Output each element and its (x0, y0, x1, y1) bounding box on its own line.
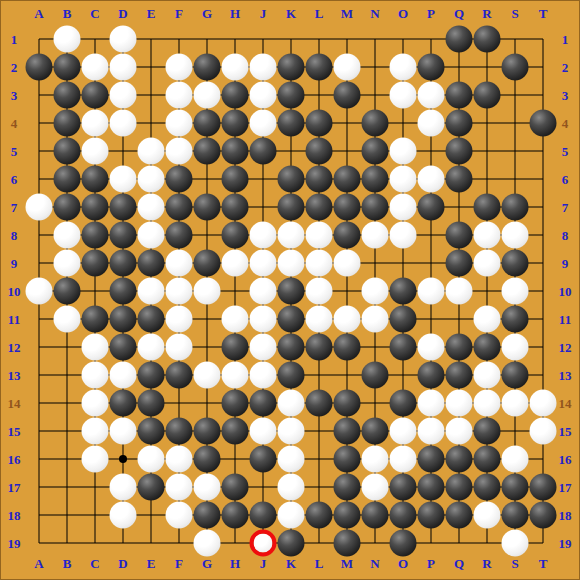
row-label-2: 2 (11, 61, 18, 74)
stone-white-p15 (418, 418, 445, 445)
stone-white-o6 (390, 166, 417, 193)
stone-white-c12 (82, 334, 109, 361)
column-label-H: H (230, 7, 240, 20)
stone-white-p14 (418, 390, 445, 417)
stone-white-e16 (138, 446, 165, 473)
stone-black-m7 (334, 194, 361, 221)
stone-black-q18 (446, 502, 473, 529)
stone-white-g13 (194, 362, 221, 389)
stone-black-s13 (502, 362, 529, 389)
stone-white-d1 (110, 26, 137, 53)
column-label-C: C (90, 7, 99, 20)
stone-white-f17 (166, 474, 193, 501)
stone-black-e11 (138, 306, 165, 333)
row-label-7: 7 (11, 201, 18, 214)
stone-white-k9 (278, 250, 305, 277)
column-label-A: A (34, 7, 43, 20)
stone-white-f11 (166, 306, 193, 333)
stone-white-f5 (166, 138, 193, 165)
column-label-F: F (175, 7, 183, 20)
stone-white-r18 (474, 502, 501, 529)
stone-white-j4 (250, 110, 277, 137)
stone-black-h18 (222, 502, 249, 529)
stone-white-h11 (222, 306, 249, 333)
stone-black-p16 (418, 446, 445, 473)
stone-white-p10 (418, 278, 445, 305)
stone-black-o18 (390, 502, 417, 529)
stone-black-h17 (222, 474, 249, 501)
stone-black-k7 (278, 194, 305, 221)
column-label-G: G (202, 557, 212, 570)
stone-black-n13 (362, 362, 389, 389)
stone-white-p3 (418, 82, 445, 109)
stone-black-f7 (166, 194, 193, 221)
stone-white-m2 (334, 54, 361, 81)
row-label-18: 18 (8, 509, 21, 522)
stone-black-p18 (418, 502, 445, 529)
stone-black-b6 (54, 166, 81, 193)
stone-white-j3 (250, 82, 277, 109)
stone-white-j9 (250, 250, 277, 277)
stone-black-g9 (194, 250, 221, 277)
column-label-L: L (315, 7, 324, 20)
column-label-A: A (34, 557, 43, 570)
stone-black-d14 (110, 390, 137, 417)
stone-white-d18 (110, 502, 137, 529)
column-label-M: M (341, 557, 353, 570)
stone-white-f3 (166, 82, 193, 109)
stone-white-r9 (474, 250, 501, 277)
stone-white-t14 (530, 390, 557, 417)
stone-white-r8 (474, 222, 501, 249)
row-label-3: 3 (11, 89, 18, 102)
stone-black-g18 (194, 502, 221, 529)
stone-black-j16 (250, 446, 277, 473)
row-label-8: 8 (562, 229, 569, 242)
stone-white-d13 (110, 362, 137, 389)
stone-black-g2 (194, 54, 221, 81)
stone-black-e14 (138, 390, 165, 417)
stone-black-q1 (446, 26, 473, 53)
stone-black-r1 (474, 26, 501, 53)
row-label-6: 6 (562, 173, 569, 186)
row-label-5: 5 (562, 145, 569, 158)
row-label-7: 7 (562, 201, 569, 214)
stone-black-o14 (390, 390, 417, 417)
column-label-H: H (230, 557, 240, 570)
stone-black-n4 (362, 110, 389, 137)
stone-white-e6 (138, 166, 165, 193)
stone-black-q9 (446, 250, 473, 277)
row-label-5: 5 (11, 145, 18, 158)
stone-black-q4 (446, 110, 473, 137)
row-label-13: 13 (8, 369, 21, 382)
row-label-15: 15 (559, 425, 572, 438)
stone-black-l6 (306, 166, 333, 193)
stone-black-f6 (166, 166, 193, 193)
stone-black-b7 (54, 194, 81, 221)
row-label-16: 16 (559, 453, 572, 466)
stone-white-e7 (138, 194, 165, 221)
stone-black-t17 (530, 474, 557, 501)
stone-black-h7 (222, 194, 249, 221)
stone-white-s16 (502, 446, 529, 473)
row-label-18: 18 (559, 509, 572, 522)
stone-white-d4 (110, 110, 137, 137)
row-label-14: 14 (559, 397, 572, 410)
stone-white-m9 (334, 250, 361, 277)
column-label-K: K (286, 7, 296, 20)
stone-white-f4 (166, 110, 193, 137)
stone-black-k19 (278, 530, 305, 557)
stone-white-b9 (54, 250, 81, 277)
stone-black-j18 (250, 502, 277, 529)
stone-black-e15 (138, 418, 165, 445)
stone-white-c5 (82, 138, 109, 165)
stone-white-j12 (250, 334, 277, 361)
stone-black-k2 (278, 54, 305, 81)
stone-black-h5 (222, 138, 249, 165)
stone-black-p17 (418, 474, 445, 501)
stone-white-s8 (502, 222, 529, 249)
stone-white-g17 (194, 474, 221, 501)
stone-black-f8 (166, 222, 193, 249)
stone-white-n10 (362, 278, 389, 305)
stone-black-n6 (362, 166, 389, 193)
column-label-R: R (482, 7, 491, 20)
stone-black-k3 (278, 82, 305, 109)
stone-white-b1 (54, 26, 81, 53)
stone-black-m3 (334, 82, 361, 109)
stone-white-d2 (110, 54, 137, 81)
column-label-E: E (147, 7, 156, 20)
stone-white-e10 (138, 278, 165, 305)
stone-black-b5 (54, 138, 81, 165)
stone-white-j15 (250, 418, 277, 445)
column-label-E: E (147, 557, 156, 570)
row-label-12: 12 (559, 341, 572, 354)
row-label-17: 17 (559, 481, 572, 494)
stone-black-f15 (166, 418, 193, 445)
stone-black-o10 (390, 278, 417, 305)
stone-black-m6 (334, 166, 361, 193)
stone-black-g5 (194, 138, 221, 165)
stone-black-s11 (502, 306, 529, 333)
stone-white-f10 (166, 278, 193, 305)
stone-black-s7 (502, 194, 529, 221)
stone-white-t15 (530, 418, 557, 445)
stone-black-q6 (446, 166, 473, 193)
row-label-16: 16 (8, 453, 21, 466)
column-label-O: O (398, 7, 408, 20)
stone-black-c11 (82, 306, 109, 333)
stone-black-k11 (278, 306, 305, 333)
stone-black-p13 (418, 362, 445, 389)
stone-black-n5 (362, 138, 389, 165)
stone-black-g4 (194, 110, 221, 137)
stone-black-b4 (54, 110, 81, 137)
stone-white-n8 (362, 222, 389, 249)
stone-white-g10 (194, 278, 221, 305)
last-move-marker-stone-j19 (250, 530, 277, 557)
column-label-S: S (511, 7, 518, 20)
stone-white-r13 (474, 362, 501, 389)
stone-black-q16 (446, 446, 473, 473)
stone-black-f13 (166, 362, 193, 389)
stone-white-d15 (110, 418, 137, 445)
stone-black-l12 (306, 334, 333, 361)
column-label-Q: Q (454, 7, 464, 20)
stone-black-n15 (362, 418, 389, 445)
column-label-D: D (118, 7, 127, 20)
stone-white-q15 (446, 418, 473, 445)
row-label-15: 15 (8, 425, 21, 438)
stone-white-p12 (418, 334, 445, 361)
stone-black-r7 (474, 194, 501, 221)
row-label-6: 6 (11, 173, 18, 186)
stone-white-j10 (250, 278, 277, 305)
row-label-10: 10 (8, 285, 21, 298)
row-label-2: 2 (562, 61, 569, 74)
stone-white-o7 (390, 194, 417, 221)
stone-black-r16 (474, 446, 501, 473)
column-label-N: N (370, 557, 379, 570)
stone-black-c7 (82, 194, 109, 221)
stone-black-p7 (418, 194, 445, 221)
stone-white-d6 (110, 166, 137, 193)
stone-white-j11 (250, 306, 277, 333)
stone-black-l14 (306, 390, 333, 417)
stone-white-c13 (82, 362, 109, 389)
stone-black-h15 (222, 418, 249, 445)
stone-black-l2 (306, 54, 333, 81)
stone-white-n17 (362, 474, 389, 501)
stone-white-c15 (82, 418, 109, 445)
stone-white-b8 (54, 222, 81, 249)
stone-black-p2 (418, 54, 445, 81)
stone-white-j13 (250, 362, 277, 389)
stone-white-s14 (502, 390, 529, 417)
stone-white-o16 (390, 446, 417, 473)
stone-white-n11 (362, 306, 389, 333)
stone-black-r3 (474, 82, 501, 109)
column-label-R: R (482, 557, 491, 570)
column-label-B: B (63, 7, 72, 20)
column-label-F: F (175, 557, 183, 570)
column-label-M: M (341, 7, 353, 20)
stone-white-r14 (474, 390, 501, 417)
stone-white-q14 (446, 390, 473, 417)
stone-white-k14 (278, 390, 305, 417)
stone-black-l5 (306, 138, 333, 165)
column-label-C: C (90, 557, 99, 570)
star-point-d16 (119, 455, 127, 463)
column-label-N: N (370, 7, 379, 20)
stone-black-q8 (446, 222, 473, 249)
stone-black-q3 (446, 82, 473, 109)
stone-white-m11 (334, 306, 361, 333)
stone-black-b2 (54, 54, 81, 81)
stone-white-b11 (54, 306, 81, 333)
row-label-3: 3 (562, 89, 569, 102)
stone-black-h4 (222, 110, 249, 137)
stone-white-f2 (166, 54, 193, 81)
stone-black-n7 (362, 194, 389, 221)
row-label-19: 19 (8, 537, 21, 550)
stone-black-h14 (222, 390, 249, 417)
stone-black-e17 (138, 474, 165, 501)
stone-black-l4 (306, 110, 333, 137)
stone-white-r11 (474, 306, 501, 333)
stone-black-l7 (306, 194, 333, 221)
row-label-19: 19 (559, 537, 572, 550)
stone-black-d10 (110, 278, 137, 305)
stone-white-e8 (138, 222, 165, 249)
stone-black-k10 (278, 278, 305, 305)
stone-white-k16 (278, 446, 305, 473)
stone-white-j8 (250, 222, 277, 249)
stone-black-l18 (306, 502, 333, 529)
stone-black-k13 (278, 362, 305, 389)
stone-white-h9 (222, 250, 249, 277)
stone-black-j5 (250, 138, 277, 165)
stone-black-o17 (390, 474, 417, 501)
stone-white-f16 (166, 446, 193, 473)
stone-black-m12 (334, 334, 361, 361)
row-label-1: 1 (11, 33, 18, 46)
row-label-8: 8 (11, 229, 18, 242)
stone-white-a10 (26, 278, 53, 305)
stone-white-h2 (222, 54, 249, 81)
stone-black-r15 (474, 418, 501, 445)
stone-white-e5 (138, 138, 165, 165)
stone-black-t18 (530, 502, 557, 529)
stone-black-a2 (26, 54, 53, 81)
stone-white-s10 (502, 278, 529, 305)
stone-white-l10 (306, 278, 333, 305)
stone-black-m8 (334, 222, 361, 249)
stone-white-c16 (82, 446, 109, 473)
stone-black-s2 (502, 54, 529, 81)
row-label-1: 1 (562, 33, 569, 46)
stone-black-e13 (138, 362, 165, 389)
stone-white-p6 (418, 166, 445, 193)
stone-black-d7 (110, 194, 137, 221)
stone-white-h13 (222, 362, 249, 389)
stone-white-f18 (166, 502, 193, 529)
stone-black-k4 (278, 110, 305, 137)
stone-white-l8 (306, 222, 333, 249)
column-label-S: S (511, 557, 518, 570)
row-label-9: 9 (562, 257, 569, 270)
stone-black-s18 (502, 502, 529, 529)
stone-white-k17 (278, 474, 305, 501)
stone-black-h3 (222, 82, 249, 109)
stone-black-m14 (334, 390, 361, 417)
stone-black-d9 (110, 250, 137, 277)
stone-white-o5 (390, 138, 417, 165)
stone-black-m16 (334, 446, 361, 473)
stone-white-e12 (138, 334, 165, 361)
stone-black-j14 (250, 390, 277, 417)
stone-black-m17 (334, 474, 361, 501)
stone-black-o11 (390, 306, 417, 333)
column-label-Q: Q (454, 557, 464, 570)
column-label-T: T (539, 7, 548, 20)
stone-white-c2 (82, 54, 109, 81)
stone-black-c8 (82, 222, 109, 249)
stone-black-r12 (474, 334, 501, 361)
row-label-17: 17 (8, 481, 21, 494)
stone-black-b3 (54, 82, 81, 109)
stone-black-o19 (390, 530, 417, 557)
stone-black-b10 (54, 278, 81, 305)
stone-white-p4 (418, 110, 445, 137)
stone-black-q5 (446, 138, 473, 165)
stone-black-c6 (82, 166, 109, 193)
stone-white-s19 (502, 530, 529, 557)
stone-white-d17 (110, 474, 137, 501)
stone-white-j2 (250, 54, 277, 81)
column-label-B: B (63, 557, 72, 570)
stone-black-g7 (194, 194, 221, 221)
stone-white-o3 (390, 82, 417, 109)
stone-white-g19 (194, 530, 221, 557)
stone-black-q17 (446, 474, 473, 501)
column-label-L: L (315, 557, 324, 570)
stone-white-o8 (390, 222, 417, 249)
stone-white-k15 (278, 418, 305, 445)
stone-white-q10 (446, 278, 473, 305)
stone-black-d12 (110, 334, 137, 361)
stone-black-t4 (530, 110, 557, 137)
goban-board[interactable]: ABCDEFGHJKLMNOPQRST ABCDEFGHJKLMNOPQRST … (0, 0, 580, 580)
stone-white-c14 (82, 390, 109, 417)
stone-black-m18 (334, 502, 361, 529)
stone-black-e9 (138, 250, 165, 277)
stone-black-n18 (362, 502, 389, 529)
row-label-4: 4 (11, 117, 18, 130)
stone-white-f12 (166, 334, 193, 361)
stone-black-o12 (390, 334, 417, 361)
stone-black-s17 (502, 474, 529, 501)
row-label-10: 10 (559, 285, 572, 298)
stone-black-d8 (110, 222, 137, 249)
stone-white-n16 (362, 446, 389, 473)
stone-white-c4 (82, 110, 109, 137)
stone-white-k18 (278, 502, 305, 529)
row-label-11: 11 (559, 313, 571, 326)
stone-black-h8 (222, 222, 249, 249)
stone-white-g3 (194, 82, 221, 109)
column-label-O: O (398, 557, 408, 570)
stone-white-f9 (166, 250, 193, 277)
stone-black-c3 (82, 82, 109, 109)
stone-black-h6 (222, 166, 249, 193)
stone-black-c9 (82, 250, 109, 277)
column-label-J: J (260, 7, 267, 20)
column-label-K: K (286, 557, 296, 570)
stone-black-g15 (194, 418, 221, 445)
column-label-D: D (118, 557, 127, 570)
row-label-4: 4 (562, 117, 569, 130)
row-label-13: 13 (559, 369, 572, 382)
column-label-J: J (260, 557, 267, 570)
column-label-P: P (427, 557, 435, 570)
stone-black-h12 (222, 334, 249, 361)
stone-black-s9 (502, 250, 529, 277)
stone-black-k12 (278, 334, 305, 361)
